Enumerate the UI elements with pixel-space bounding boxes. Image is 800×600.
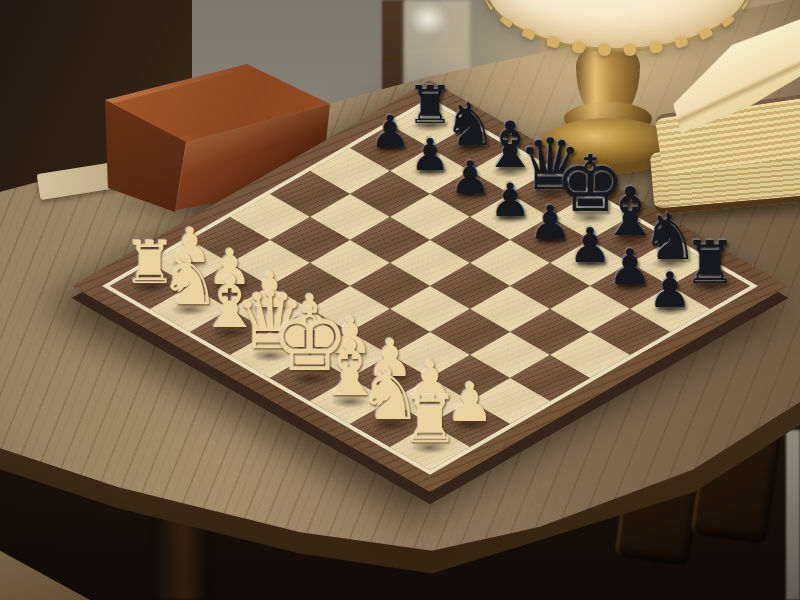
white-rook-glyph: ♜ [400, 387, 459, 453]
scene: ♜♞♝♛♚♝♞♜♟♟♟♟♟♟♟♟♟♟♟♟♟♟♟♟♜♞♝♛♚♝♞♜ [0, 0, 800, 600]
wall-sliver-right [786, 430, 800, 600]
black-pawn-glyph: ♟ [648, 266, 692, 315]
black-pawn-glyph: ♟ [568, 221, 611, 269]
black-pawn-glyph: ♟ [450, 155, 490, 200]
stack-of-old-books [640, 20, 800, 220]
black-pawn-glyph: ♟ [370, 110, 409, 154]
black-pawn-glyph: ♟ [608, 243, 652, 292]
black-pawn-glyph: ♟ [410, 133, 449, 177]
black-pawn-glyph: ♟ [489, 177, 530, 223]
black-pawn-glyph: ♟ [529, 199, 571, 246]
square-h1[interactable]: ♜ [390, 424, 470, 470]
